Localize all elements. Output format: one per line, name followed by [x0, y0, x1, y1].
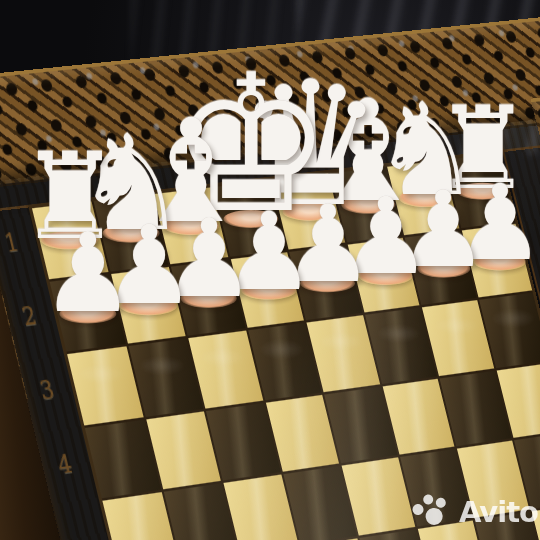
rank-label-4: 4 [42, 447, 86, 482]
watermark-text: Avito [459, 495, 538, 529]
photo-stage: 1 2 3 4 ♜♞♝♛♚♝♞♜♟♟♟♟♟♟♟♟ Avito [0, 0, 540, 540]
paw-icon [410, 491, 457, 532]
rank-label-3: 3 [25, 373, 69, 408]
avito-watermark: Avito [412, 494, 538, 530]
board-squares-grid [28, 150, 540, 540]
chess-board-plane: 1 2 3 4 [28, 150, 540, 540]
rank-label-2: 2 [7, 299, 51, 333]
